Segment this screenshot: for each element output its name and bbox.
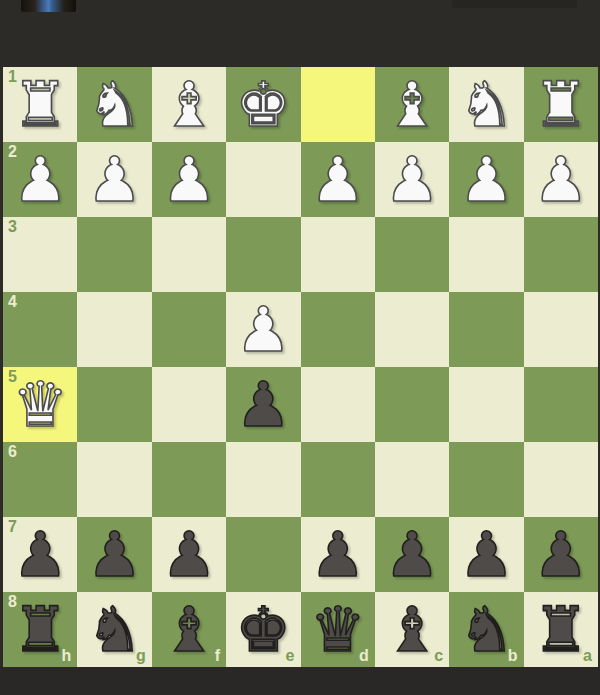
square-g6[interactable] [77, 442, 151, 517]
square-g5[interactable] [77, 367, 151, 442]
header-darker-strip [452, 0, 577, 8]
piece-black-rook[interactable]: ♜ [524, 592, 598, 667]
piece-white-pawn[interactable]: ♟ [77, 142, 151, 217]
square-e8[interactable]: e♚ [226, 592, 300, 667]
square-e5[interactable]: ♟ [226, 367, 300, 442]
square-f1[interactable]: ♝ [152, 67, 226, 142]
square-g8[interactable]: g♞ [77, 592, 151, 667]
square-e3[interactable] [226, 217, 300, 292]
piece-black-rook[interactable]: ♜ [3, 592, 77, 667]
square-e6[interactable] [226, 442, 300, 517]
piece-black-bishop[interactable]: ♝ [152, 592, 226, 667]
square-c2[interactable]: ♟ [375, 142, 449, 217]
square-c6[interactable] [375, 442, 449, 517]
square-g4[interactable] [77, 292, 151, 367]
square-d7[interactable]: ♟ [301, 517, 375, 592]
piece-white-rook[interactable]: ♜ [524, 67, 598, 142]
square-h8[interactable]: 8h♜ [3, 592, 77, 667]
square-b1[interactable]: ♞ [449, 67, 523, 142]
piece-black-pawn[interactable]: ♟ [375, 517, 449, 592]
chess-board: 1♜♞♝♚♝♞♜2♟♟♟♟♟♟♟34♟5♛♟67♟♟♟♟♟♟♟8h♜g♞f♝e♚… [3, 67, 598, 667]
square-d3[interactable] [301, 217, 375, 292]
square-a1[interactable]: ♜ [524, 67, 598, 142]
square-b4[interactable] [449, 292, 523, 367]
piece-white-pawn[interactable]: ♟ [375, 142, 449, 217]
square-a8[interactable]: a♜ [524, 592, 598, 667]
square-g7[interactable]: ♟ [77, 517, 151, 592]
piece-white-pawn[interactable]: ♟ [152, 142, 226, 217]
piece-white-bishop[interactable]: ♝ [152, 67, 226, 142]
square-c4[interactable] [375, 292, 449, 367]
piece-white-bishop[interactable]: ♝ [375, 67, 449, 142]
square-f4[interactable] [152, 292, 226, 367]
piece-white-knight[interactable]: ♞ [449, 67, 523, 142]
square-e7[interactable] [226, 517, 300, 592]
piece-white-pawn[interactable]: ♟ [226, 292, 300, 367]
square-a4[interactable] [524, 292, 598, 367]
square-h2[interactable]: 2♟ [3, 142, 77, 217]
square-b8[interactable]: b♞ [449, 592, 523, 667]
piece-white-king[interactable]: ♚ [226, 67, 300, 142]
square-d8[interactable]: d♛ [301, 592, 375, 667]
square-h5[interactable]: 5♛ [3, 367, 77, 442]
square-f6[interactable] [152, 442, 226, 517]
square-d2[interactable]: ♟ [301, 142, 375, 217]
video-thumbnail[interactable] [21, 0, 76, 12]
square-d6[interactable] [301, 442, 375, 517]
square-a5[interactable] [524, 367, 598, 442]
square-b7[interactable]: ♟ [449, 517, 523, 592]
square-c3[interactable] [375, 217, 449, 292]
square-b3[interactable] [449, 217, 523, 292]
square-g1[interactable]: ♞ [77, 67, 151, 142]
rank-label-6: 6 [8, 444, 17, 460]
piece-white-rook[interactable]: ♜ [3, 67, 77, 142]
square-h3[interactable]: 3 [3, 217, 77, 292]
square-d4[interactable] [301, 292, 375, 367]
bottom-bar [0, 667, 600, 695]
square-f5[interactable] [152, 367, 226, 442]
square-a7[interactable]: ♟ [524, 517, 598, 592]
square-e2[interactable] [226, 142, 300, 217]
square-a3[interactable] [524, 217, 598, 292]
square-b6[interactable] [449, 442, 523, 517]
piece-white-pawn[interactable]: ♟ [449, 142, 523, 217]
square-d1[interactable] [301, 67, 375, 142]
piece-black-pawn[interactable]: ♟ [449, 517, 523, 592]
piece-white-pawn[interactable]: ♟ [301, 142, 375, 217]
piece-white-queen[interactable]: ♛ [3, 367, 77, 442]
square-g3[interactable] [77, 217, 151, 292]
piece-white-knight[interactable]: ♞ [77, 67, 151, 142]
square-e1[interactable]: ♚ [226, 67, 300, 142]
square-h7[interactable]: 7♟ [3, 517, 77, 592]
piece-black-pawn[interactable]: ♟ [152, 517, 226, 592]
square-b2[interactable]: ♟ [449, 142, 523, 217]
piece-black-queen[interactable]: ♛ [301, 592, 375, 667]
piece-black-pawn[interactable]: ♟ [524, 517, 598, 592]
piece-black-knight[interactable]: ♞ [77, 592, 151, 667]
square-h1[interactable]: 1♜ [3, 67, 77, 142]
square-f2[interactable]: ♟ [152, 142, 226, 217]
square-a6[interactable] [524, 442, 598, 517]
piece-white-pawn[interactable]: ♟ [3, 142, 77, 217]
square-e4[interactable]: ♟ [226, 292, 300, 367]
square-d5[interactable] [301, 367, 375, 442]
square-h4[interactable]: 4 [3, 292, 77, 367]
piece-black-pawn[interactable]: ♟ [301, 517, 375, 592]
square-g2[interactable]: ♟ [77, 142, 151, 217]
piece-black-pawn[interactable]: ♟ [226, 367, 300, 442]
piece-black-pawn[interactable]: ♟ [77, 517, 151, 592]
square-f3[interactable] [152, 217, 226, 292]
square-b5[interactable] [449, 367, 523, 442]
piece-black-bishop[interactable]: ♝ [375, 592, 449, 667]
piece-black-knight[interactable]: ♞ [449, 592, 523, 667]
piece-black-pawn[interactable]: ♟ [3, 517, 77, 592]
top-bar [0, 0, 600, 67]
piece-black-king[interactable]: ♚ [226, 592, 300, 667]
rank-label-3: 3 [8, 219, 17, 235]
square-c5[interactable] [375, 367, 449, 442]
square-f8[interactable]: f♝ [152, 592, 226, 667]
rank-label-4: 4 [8, 294, 17, 310]
piece-white-pawn[interactable]: ♟ [524, 142, 598, 217]
square-a2[interactable]: ♟ [524, 142, 598, 217]
square-c7[interactable]: ♟ [375, 517, 449, 592]
square-c1[interactable]: ♝ [375, 67, 449, 142]
square-h6[interactable]: 6 [3, 442, 77, 517]
square-f7[interactable]: ♟ [152, 517, 226, 592]
square-c8[interactable]: c♝ [375, 592, 449, 667]
